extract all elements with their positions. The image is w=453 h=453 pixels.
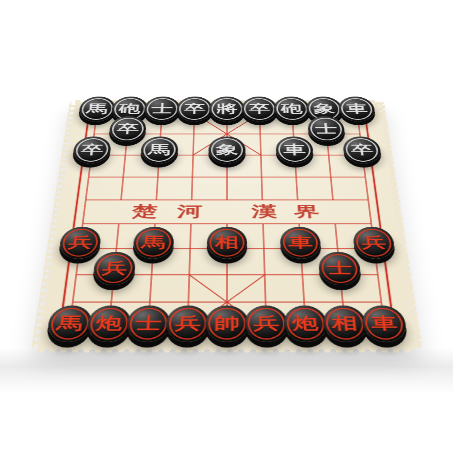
piece-character: 馬 [85, 103, 108, 114]
piece-character: 砲 [280, 103, 302, 114]
piece-black-c5r1[interactable]: 將 [209, 97, 245, 122]
piece-character: 馬 [147, 144, 170, 156]
piece-character: 卒 [116, 123, 139, 135]
piece-character: 相 [214, 235, 239, 249]
piece-character: 士 [134, 315, 161, 332]
piece-character: 象 [312, 103, 335, 114]
piece-character: 帥 [213, 315, 239, 332]
piece-red-c5r10[interactable]: 帥 [205, 305, 249, 342]
piece-black-c6r1[interactable]: 卒 [241, 97, 277, 122]
piece-character: 卒 [349, 144, 373, 156]
piece-character: 卒 [248, 103, 270, 114]
river-label-chu: 楚 [131, 204, 158, 219]
piece-character: 將 [216, 103, 238, 114]
piece-character: 車 [287, 235, 312, 249]
piece-character: 車 [369, 315, 397, 332]
piece-character: 炮 [95, 315, 123, 332]
river-label-han: 漢 [251, 204, 277, 219]
piece-character: 兵 [360, 235, 386, 249]
piece-character: 車 [282, 144, 305, 156]
photo-stage: 楚 河 漢 界 馬砲士卒將卒砲象車卒士卒馬象車卒兵馬相車兵兵士馬炮士兵帥兵炮相車 [0, 0, 453, 453]
river-label-he: 河 [176, 204, 202, 219]
river-label-jie: 界 [293, 204, 320, 219]
piece-character: 士 [326, 261, 352, 276]
piece-red-c5r7[interactable]: 相 [206, 227, 247, 259]
piece-character: 兵 [252, 315, 279, 332]
piece-character: 砲 [118, 103, 141, 114]
piece-character: 炮 [291, 315, 318, 332]
piece-character: 士 [314, 123, 337, 135]
piece-red-c4r10[interactable]: 兵 [165, 305, 209, 342]
xiangqi-board-plane: 楚 河 漢 界 馬砲士卒將卒砲象車卒士卒馬象車卒兵馬相車兵兵士馬炮士兵帥兵炮相車 [25, 96, 429, 358]
piece-red-c6r10[interactable]: 兵 [244, 305, 288, 342]
piece-character: 相 [330, 315, 358, 332]
piece-character: 馬 [140, 235, 165, 249]
piece-black-c5r3[interactable]: 象 [208, 137, 245, 164]
piece-character: 兵 [101, 261, 127, 276]
piece-character: 卒 [183, 103, 205, 114]
piece-character: 士 [150, 103, 172, 114]
piece-character: 兵 [174, 315, 201, 332]
piece-character: 馬 [55, 315, 83, 332]
piece-character: 卒 [80, 144, 104, 156]
piece-black-c4r1[interactable]: 卒 [176, 97, 212, 122]
piece-character: 兵 [67, 235, 93, 249]
piece-character: 車 [345, 103, 368, 114]
piece-character: 象 [215, 144, 238, 156]
